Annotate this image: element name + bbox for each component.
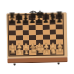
black-pawn-h7[interactable]: ♟ <box>56 18 63 25</box>
chess-set-scene: ♜♞♝♛♚♝♞♜♟♟♟♟♟♟♟♟♟♟♟♟♟♟♟♟♜♞♝♛♚♝♞♜ <box>0 0 74 74</box>
chess-board: ♜♞♝♛♚♝♞♜♟♟♟♟♟♟♟♟♟♟♟♟♟♟♟♟♜♞♝♛♚♝♞♜ <box>7 12 68 58</box>
board-foot-right <box>58 62 60 64</box>
board-foot-left <box>14 63 16 65</box>
white-rook-h1[interactable]: ♜ <box>56 47 63 55</box>
chess-set-product-photo: ♜♞♝♛♚♝♞♜♟♟♟♟♟♟♟♟♟♟♟♟♟♟♟♟♜♞♝♛♚♝♞♜ <box>0 0 74 74</box>
